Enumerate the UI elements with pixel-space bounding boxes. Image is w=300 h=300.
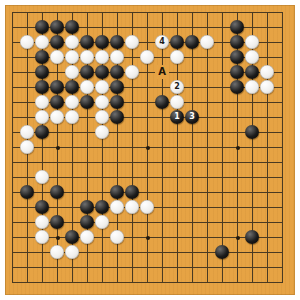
move-number-label: 2 [174,80,180,94]
white-stone [245,80,259,94]
white-stone [50,245,64,259]
white-stone [260,65,274,79]
black-stone [35,200,49,214]
black-stone [65,80,79,94]
black-stone [50,95,64,109]
black-stone [245,125,259,139]
white-stone [35,230,49,244]
black-stone [110,185,124,199]
white-stone [95,110,109,124]
black-stone [110,80,124,94]
white-stone [110,230,124,244]
white-stone [80,230,94,244]
white-stone [80,50,94,64]
black-stone [230,20,244,34]
black-stone [50,215,64,229]
white-stone [65,95,79,109]
black-stone [155,95,169,109]
black-stone [95,200,109,214]
black-stone [50,35,64,49]
black-stone [35,80,49,94]
black-stone [80,95,94,109]
star-point [236,236,240,240]
black-stone [50,20,64,34]
white-stone [50,110,64,124]
white-stone [125,65,139,79]
black-stone [230,80,244,94]
white-stone: 2 [170,80,184,94]
white-stone [110,200,124,214]
white-stone [110,50,124,64]
star-point [146,146,150,150]
black-stone [110,35,124,49]
white-stone [245,35,259,49]
black-stone [215,245,229,259]
black-stone [50,80,64,94]
move-number-label: 4 [159,35,165,49]
black-stone [80,35,94,49]
white-stone [125,35,139,49]
black-stone [245,65,259,79]
black-stone [95,65,109,79]
white-stone [35,215,49,229]
white-stone [35,110,49,124]
black-stone: 1 [170,110,184,124]
white-stone [35,35,49,49]
white-stone [35,170,49,184]
black-stone [230,50,244,64]
point-label-A: A [155,65,169,79]
black-stone [35,125,49,139]
white-stone [260,80,274,94]
white-stone [140,200,154,214]
white-stone [95,95,109,109]
black-stone [65,230,79,244]
black-stone [245,230,259,244]
white-stone [50,50,64,64]
black-stone [80,215,94,229]
black-stone [110,95,124,109]
white-stone [95,80,109,94]
black-stone [35,20,49,34]
white-stone: 4 [155,35,169,49]
move-number-label: 1 [174,110,180,124]
star-point [146,236,150,240]
white-stone [95,125,109,139]
white-stone [245,50,259,64]
black-stone [230,65,244,79]
white-stone [65,50,79,64]
move-number-label: 3 [189,110,195,124]
white-stone [65,110,79,124]
black-stone [230,35,244,49]
go-board[interactable]: 4213A [5,5,295,295]
black-stone [110,65,124,79]
black-stone [20,185,34,199]
black-stone [125,185,139,199]
black-stone [80,65,94,79]
white-stone [200,35,214,49]
white-stone [170,95,184,109]
white-stone [95,50,109,64]
white-stone [140,50,154,64]
white-stone [20,35,34,49]
black-stone [110,110,124,124]
white-stone [20,140,34,154]
white-stone [35,95,49,109]
black-stone [50,185,64,199]
black-stone [65,20,79,34]
white-stone [65,65,79,79]
white-stone [80,80,94,94]
white-stone [170,50,184,64]
black-stone: 3 [185,110,199,124]
star-point [56,236,60,240]
white-stone [95,215,109,229]
black-stone [80,200,94,214]
white-stone [65,35,79,49]
white-stone [20,125,34,139]
black-stone [170,35,184,49]
screenshot-stage: 4213A [0,0,300,300]
black-stone [35,65,49,79]
black-stone [35,50,49,64]
white-stone [65,245,79,259]
black-stone [95,35,109,49]
black-stone [185,35,199,49]
star-point [56,146,60,150]
star-point [236,146,240,150]
white-stone [125,200,139,214]
